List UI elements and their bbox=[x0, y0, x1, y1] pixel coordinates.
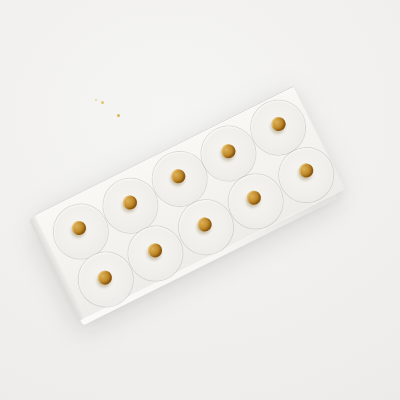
gold-bead bbox=[195, 215, 214, 234]
dust-speck bbox=[101, 101, 104, 104]
dust-speck bbox=[95, 99, 97, 101]
gold-bead bbox=[219, 142, 238, 161]
gold-bead bbox=[169, 167, 188, 186]
gold-bead bbox=[70, 219, 89, 238]
gold-bead bbox=[245, 188, 264, 207]
photo-background bbox=[0, 0, 400, 400]
gold-bead bbox=[96, 268, 115, 287]
gold-bead bbox=[146, 241, 165, 260]
gold-bead bbox=[269, 115, 288, 134]
dust-speck bbox=[117, 114, 120, 117]
patch-sheet bbox=[33, 85, 345, 319]
gold-bead bbox=[121, 193, 140, 212]
gold-bead bbox=[297, 161, 316, 180]
